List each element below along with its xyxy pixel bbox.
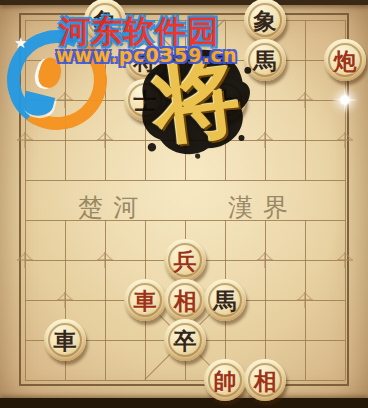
piece-red-5-8[interactable]: 相: [164, 279, 206, 321]
river-label-chu: 楚河: [78, 191, 148, 224]
point-marker: [56, 291, 74, 309]
point-marker: [96, 251, 114, 269]
bottom-edge-strip: [0, 398, 368, 408]
last-move-sparkle-marker: [341, 96, 349, 104]
point-marker: [56, 91, 74, 109]
piece-glyph: 兵: [174, 249, 197, 272]
point-marker-petal: [97, 132, 113, 148]
piece-glyph: 相: [254, 369, 277, 392]
point-marker-petal: [337, 132, 353, 148]
xiangqi-game-screen: 楚河 漢界 象象将馬炮士士兵車相馬車卒帥相 将 ★ 河东软件园 www.pc03…: [0, 0, 368, 408]
piece-black-6-8[interactable]: 馬: [204, 279, 246, 321]
point-marker-petal: [297, 92, 313, 108]
point-marker: [256, 251, 274, 269]
check-banner-character: 将: [149, 53, 245, 149]
piece-black-7-1[interactable]: 象: [244, 0, 286, 41]
piece-glyph: 相: [174, 289, 197, 312]
piece-glyph: 車: [134, 289, 157, 312]
point-marker-petal: [17, 252, 33, 268]
point-marker: [96, 131, 114, 149]
grid-line: [265, 220, 266, 380]
piece-glyph: 帥: [214, 369, 237, 392]
piece-red-4-8[interactable]: 車: [124, 279, 166, 321]
piece-glyph: 馬: [214, 289, 237, 312]
point-marker: [296, 91, 314, 109]
check-banner: 将: [132, 42, 262, 166]
point-marker-petal: [57, 292, 73, 308]
piece-glyph: 卒: [174, 329, 197, 352]
river-label-han: 漢界: [228, 191, 298, 224]
point-marker-petal: [297, 292, 313, 308]
point-marker: [296, 291, 314, 309]
point-marker-petal: [57, 92, 73, 108]
point-marker-petal: [257, 252, 273, 268]
grid-line: [25, 20, 26, 380]
grid-line: [105, 220, 106, 380]
piece-glyph: 車: [54, 329, 77, 352]
grid-line: [25, 180, 345, 181]
piece-red-5-7[interactable]: 兵: [164, 239, 206, 281]
piece-red-9-2[interactable]: 炮: [324, 39, 366, 81]
piece-black-2-9[interactable]: 車: [44, 319, 86, 361]
piece-red-7-10[interactable]: 相: [244, 359, 286, 401]
point-marker: [16, 251, 34, 269]
point-marker: [336, 251, 354, 269]
piece-glyph: 馬: [254, 49, 277, 72]
grid-line: [105, 20, 106, 180]
point-marker: [336, 131, 354, 149]
point-marker-petal: [337, 252, 353, 268]
piece-glyph: 象: [94, 9, 117, 32]
grid-line: [25, 380, 345, 381]
piece-red-6-10[interactable]: 帥: [204, 359, 246, 401]
piece-glyph: 炮: [334, 49, 357, 72]
point-marker-petal: [17, 132, 33, 148]
piece-black-3-1[interactable]: 象: [84, 0, 126, 41]
top-edge-strip: [0, 0, 368, 5]
piece-glyph: 象: [254, 9, 277, 32]
point-marker-petal: [97, 252, 113, 268]
piece-black-5-9[interactable]: 卒: [164, 319, 206, 361]
point-marker: [16, 131, 34, 149]
